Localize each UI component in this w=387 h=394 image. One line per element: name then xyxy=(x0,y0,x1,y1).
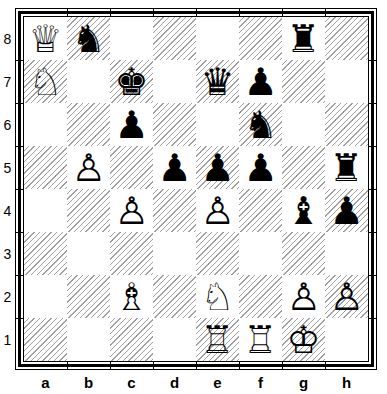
square-a5 xyxy=(24,146,67,189)
square-a2 xyxy=(24,275,67,318)
rank-label-7: 7 xyxy=(0,60,15,103)
square-e7: ♛ xyxy=(196,60,239,103)
square-a4 xyxy=(24,189,67,232)
white-knight: ♘ xyxy=(200,278,234,316)
border-tick xyxy=(16,275,18,276)
border-tick xyxy=(16,146,18,147)
square-a1 xyxy=(24,318,67,361)
white-king: ♔ xyxy=(286,321,320,359)
black-pawn: ♟ xyxy=(329,192,363,230)
square-e4: ♙ xyxy=(196,189,239,232)
border-tick xyxy=(282,362,283,364)
rank-label-1: 1 xyxy=(0,318,15,361)
square-b4 xyxy=(67,189,110,232)
square-b2 xyxy=(67,275,110,318)
rank-label-4: 4 xyxy=(0,189,15,232)
file-labels: abcdefgh xyxy=(24,374,387,391)
border-tick xyxy=(239,367,240,369)
border-tick xyxy=(21,103,23,104)
file-label-d: d xyxy=(153,374,196,391)
border-tick xyxy=(67,14,68,16)
black-king: ♚ xyxy=(114,63,148,101)
square-h8 xyxy=(325,17,368,60)
square-d5: ♟ xyxy=(153,146,196,189)
white-rook: ♖ xyxy=(200,321,234,359)
border-tick xyxy=(21,189,23,190)
border-tick xyxy=(325,367,326,369)
border-tick xyxy=(239,362,240,364)
border-tick xyxy=(21,232,23,233)
square-h2: ♙ xyxy=(325,275,368,318)
black-rook: ♜ xyxy=(329,149,363,187)
border-tick xyxy=(369,103,371,104)
border-tick xyxy=(239,9,240,11)
file-label-g: g xyxy=(282,374,325,391)
border-tick xyxy=(21,275,23,276)
border-tick xyxy=(153,362,154,364)
border-tick xyxy=(16,318,18,319)
border-tick xyxy=(110,367,111,369)
square-c2: ♗ xyxy=(110,275,153,318)
border-tick xyxy=(196,367,197,369)
square-d4 xyxy=(153,189,196,232)
white-knight: ♘ xyxy=(28,63,62,101)
border-tick xyxy=(196,9,197,11)
square-g1: ♔ xyxy=(282,318,325,361)
border-tick xyxy=(196,362,197,364)
white-pawn: ♙ xyxy=(329,278,363,316)
square-b5: ♙ xyxy=(67,146,110,189)
black-knight: ♞ xyxy=(243,106,277,144)
square-f7: ♟ xyxy=(239,60,282,103)
border-tick xyxy=(110,362,111,364)
square-a6 xyxy=(24,103,67,146)
border-tick xyxy=(369,232,371,233)
white-pawn: ♙ xyxy=(114,192,148,230)
black-queen: ♛ xyxy=(200,63,234,101)
border-tick xyxy=(153,9,154,11)
square-g4: ♝ xyxy=(282,189,325,232)
border-tick xyxy=(16,103,18,104)
square-d2 xyxy=(153,275,196,318)
border-tick xyxy=(21,60,23,61)
rank-label-5: 5 xyxy=(0,146,15,189)
white-pawn: ♙ xyxy=(200,192,234,230)
border-tick xyxy=(153,367,154,369)
border-tick xyxy=(374,275,376,276)
board-frame: ♕♞♜♘♚♛♟♟♞♙♟♟♟♜♙♙♝♟♗♘♙♙♖♖♔ xyxy=(18,11,374,367)
border-tick xyxy=(16,60,18,61)
border-tick xyxy=(325,362,326,364)
border-tick xyxy=(369,189,371,190)
square-b7 xyxy=(67,60,110,103)
border-tick xyxy=(239,14,240,16)
square-e3 xyxy=(196,232,239,275)
square-b8: ♞ xyxy=(67,17,110,60)
board-area: 87654321 ♕♞♜♘♚♛♟♟♞♙♟♟♟♜♙♙♝♟♗♘♙♙♖♖♔ xyxy=(0,8,387,370)
border-tick xyxy=(16,232,18,233)
square-g3 xyxy=(282,232,325,275)
black-pawn: ♟ xyxy=(157,149,191,187)
square-g8: ♜ xyxy=(282,17,325,60)
white-pawn: ♙ xyxy=(71,149,105,187)
white-rook: ♖ xyxy=(243,321,277,359)
border-tick xyxy=(67,362,68,364)
file-label-f: f xyxy=(239,374,282,391)
square-d6 xyxy=(153,103,196,146)
border-tick xyxy=(374,60,376,61)
square-a7: ♘ xyxy=(24,60,67,103)
square-d1 xyxy=(153,318,196,361)
black-pawn: ♟ xyxy=(243,63,277,101)
square-e8 xyxy=(196,17,239,60)
rank-label-6: 6 xyxy=(0,103,15,146)
border-tick xyxy=(110,9,111,11)
black-pawn: ♟ xyxy=(243,149,277,187)
square-f4 xyxy=(239,189,282,232)
border-tick xyxy=(196,14,197,16)
black-knight: ♞ xyxy=(71,20,105,58)
square-g7 xyxy=(282,60,325,103)
border-tick xyxy=(282,367,283,369)
border-tick xyxy=(325,9,326,11)
border-tick xyxy=(67,367,68,369)
border-tick xyxy=(369,275,371,276)
square-h4: ♟ xyxy=(325,189,368,232)
border-tick xyxy=(325,14,326,16)
border-tick xyxy=(282,14,283,16)
square-c7: ♚ xyxy=(110,60,153,103)
square-c4: ♙ xyxy=(110,189,153,232)
square-h6 xyxy=(325,103,368,146)
border-tick xyxy=(374,318,376,319)
square-d3 xyxy=(153,232,196,275)
border-tick xyxy=(153,14,154,16)
border-tick xyxy=(374,103,376,104)
black-bishop: ♝ xyxy=(286,192,320,230)
black-pawn: ♟ xyxy=(200,149,234,187)
square-e5: ♟ xyxy=(196,146,239,189)
board-outer-border: ♕♞♜♘♚♛♟♟♞♙♟♟♟♜♙♙♝♟♗♘♙♙♖♖♔ xyxy=(15,8,377,370)
square-a3 xyxy=(24,232,67,275)
rank-label-8: 8 xyxy=(0,17,15,60)
border-tick xyxy=(369,60,371,61)
border-tick xyxy=(16,189,18,190)
black-rook: ♜ xyxy=(286,20,320,58)
border-tick xyxy=(374,146,376,147)
border-tick xyxy=(369,318,371,319)
border-tick xyxy=(374,189,376,190)
rank-label-3: 3 xyxy=(0,232,15,275)
white-pawn: ♙ xyxy=(286,278,320,316)
file-label-e: e xyxy=(196,374,239,391)
square-c8 xyxy=(110,17,153,60)
square-c6: ♟ xyxy=(110,103,153,146)
square-h7 xyxy=(325,60,368,103)
square-f1: ♖ xyxy=(239,318,282,361)
square-b6 xyxy=(67,103,110,146)
file-label-h: h xyxy=(325,374,368,391)
square-f8 xyxy=(239,17,282,60)
square-e6 xyxy=(196,103,239,146)
square-g5 xyxy=(282,146,325,189)
file-label-a: a xyxy=(24,374,67,391)
border-tick xyxy=(282,9,283,11)
border-tick xyxy=(21,146,23,147)
square-h5: ♜ xyxy=(325,146,368,189)
square-b3 xyxy=(67,232,110,275)
white-bishop: ♗ xyxy=(114,278,148,316)
square-f6: ♞ xyxy=(239,103,282,146)
square-c3 xyxy=(110,232,153,275)
square-f5: ♟ xyxy=(239,146,282,189)
white-queen: ♕ xyxy=(28,20,62,58)
square-c1 xyxy=(110,318,153,361)
square-e2: ♘ xyxy=(196,275,239,318)
square-d8 xyxy=(153,17,196,60)
border-tick xyxy=(67,9,68,11)
black-pawn: ♟ xyxy=(114,106,148,144)
square-f2 xyxy=(239,275,282,318)
square-c5 xyxy=(110,146,153,189)
file-label-b: b xyxy=(67,374,110,391)
chess-board: ♕♞♜♘♚♛♟♟♞♙♟♟♟♜♙♙♝♟♗♘♙♙♖♖♔ xyxy=(23,16,369,362)
rank-labels: 87654321 xyxy=(0,17,15,361)
square-e1: ♖ xyxy=(196,318,239,361)
rank-label-2: 2 xyxy=(0,275,15,318)
chess-diagram: 87654321 ♕♞♜♘♚♛♟♟♞♙♟♟♟♜♙♙♝♟♗♘♙♙♖♖♔ abcde… xyxy=(0,0,387,394)
square-g6 xyxy=(282,103,325,146)
border-tick xyxy=(21,318,23,319)
border-tick xyxy=(110,14,111,16)
border-tick xyxy=(369,146,371,147)
square-g2: ♙ xyxy=(282,275,325,318)
square-a8: ♕ xyxy=(24,17,67,60)
file-label-c: c xyxy=(110,374,153,391)
square-h1 xyxy=(325,318,368,361)
square-d7 xyxy=(153,60,196,103)
square-f3 xyxy=(239,232,282,275)
square-b1 xyxy=(67,318,110,361)
square-h3 xyxy=(325,232,368,275)
border-tick xyxy=(374,232,376,233)
